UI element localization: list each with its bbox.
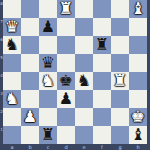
square-d2[interactable] — [57, 108, 75, 126]
file-labels: abcdefgh — [3, 144, 147, 150]
square-g3[interactable] — [111, 90, 129, 108]
square-h3[interactable] — [129, 90, 147, 108]
square-e2[interactable] — [75, 108, 93, 126]
file-label-d: d — [57, 144, 75, 150]
square-b4[interactable] — [21, 72, 39, 90]
white-pawn-b2[interactable]: ♟ — [21, 108, 39, 126]
square-b2[interactable]: ♟ — [21, 108, 39, 126]
square-d1[interactable] — [57, 126, 75, 144]
file-label-f: f — [93, 144, 111, 150]
square-g8[interactable] — [111, 0, 129, 18]
rank-label-3: 3 — [0, 92, 3, 96]
black-king-d4[interactable]: ♚ — [57, 72, 75, 90]
square-e5[interactable] — [75, 54, 93, 72]
square-c1[interactable]: ♜ — [39, 126, 57, 144]
square-g2[interactable] — [111, 108, 129, 126]
chess-board-frame: ♜♝♛♟♞♜♛♞♚♞♜♞♟♟♚♜♝ 87654321 abcdefgh — [0, 0, 150, 150]
square-a1[interactable] — [3, 126, 21, 144]
square-h1[interactable]: ♝ — [129, 126, 147, 144]
rank-label-8: 8 — [0, 2, 3, 6]
white-bishop-h8[interactable]: ♝ — [129, 0, 147, 18]
square-h2[interactable]: ♚ — [129, 108, 147, 126]
square-c5[interactable]: ♛ — [39, 54, 57, 72]
square-d4[interactable]: ♚ — [57, 72, 75, 90]
square-d3[interactable]: ♟ — [57, 90, 75, 108]
rank-label-6: 6 — [0, 38, 3, 42]
square-b6[interactable] — [21, 36, 39, 54]
square-f3[interactable] — [93, 90, 111, 108]
rank-label-7: 7 — [0, 20, 3, 24]
square-f1[interactable] — [93, 126, 111, 144]
black-queen-c5[interactable]: ♛ — [39, 54, 57, 72]
square-e3[interactable] — [75, 90, 93, 108]
square-h5[interactable] — [129, 54, 147, 72]
square-f4[interactable] — [93, 72, 111, 90]
square-d7[interactable] — [57, 18, 75, 36]
black-pawn-d3[interactable]: ♟ — [57, 90, 75, 108]
white-rook-g4[interactable]: ♜ — [111, 72, 129, 90]
square-f5[interactable] — [93, 54, 111, 72]
rank-label-4: 4 — [0, 74, 3, 78]
black-knight-e4[interactable]: ♞ — [75, 72, 93, 90]
rank-label-1: 1 — [0, 128, 3, 132]
square-b1[interactable] — [21, 126, 39, 144]
file-label-h: h — [129, 144, 147, 150]
square-f7[interactable] — [93, 18, 111, 36]
square-a5[interactable] — [3, 54, 21, 72]
rank-label-2: 2 — [0, 110, 3, 114]
square-g4[interactable]: ♜ — [111, 72, 129, 90]
square-c6[interactable] — [39, 36, 57, 54]
square-f2[interactable] — [93, 108, 111, 126]
square-b3[interactable] — [21, 90, 39, 108]
black-knight-a6[interactable]: ♞ — [3, 36, 21, 54]
square-c8[interactable] — [39, 0, 57, 18]
square-f6[interactable]: ♜ — [93, 36, 111, 54]
black-pawn-c7[interactable]: ♟ — [39, 18, 57, 36]
white-king-h2[interactable]: ♚ — [129, 108, 147, 126]
square-e7[interactable] — [75, 18, 93, 36]
square-d5[interactable] — [57, 54, 75, 72]
file-label-g: g — [111, 144, 129, 150]
square-a4[interactable] — [3, 72, 21, 90]
square-a2[interactable] — [3, 108, 21, 126]
square-c3[interactable] — [39, 90, 57, 108]
square-b5[interactable] — [21, 54, 39, 72]
square-g1[interactable] — [111, 126, 129, 144]
square-a7[interactable]: ♛ — [3, 18, 21, 36]
square-a6[interactable]: ♞ — [3, 36, 21, 54]
square-a8[interactable] — [3, 0, 21, 18]
square-a3[interactable]: ♞ — [3, 90, 21, 108]
white-rook-d8[interactable]: ♜ — [57, 0, 75, 18]
square-b7[interactable] — [21, 18, 39, 36]
square-c7[interactable]: ♟ — [39, 18, 57, 36]
chess-board[interactable]: ♜♝♛♟♞♜♛♞♚♞♜♞♟♟♚♜♝ — [3, 0, 147, 144]
square-d8[interactable]: ♜ — [57, 0, 75, 18]
square-h4[interactable] — [129, 72, 147, 90]
square-g7[interactable] — [111, 18, 129, 36]
rank-label-5: 5 — [0, 56, 3, 60]
square-e4[interactable]: ♞ — [75, 72, 93, 90]
square-d6[interactable] — [57, 36, 75, 54]
file-label-c: c — [39, 144, 57, 150]
white-queen-a7[interactable]: ♛ — [3, 18, 21, 36]
square-e8[interactable] — [75, 0, 93, 18]
black-rook-c1[interactable]: ♜ — [39, 126, 57, 144]
square-h8[interactable]: ♝ — [129, 0, 147, 18]
square-g5[interactable] — [111, 54, 129, 72]
file-label-b: b — [21, 144, 39, 150]
square-g6[interactable] — [111, 36, 129, 54]
square-h7[interactable] — [129, 18, 147, 36]
square-f8[interactable] — [93, 0, 111, 18]
square-b8[interactable] — [21, 0, 39, 18]
white-knight-c4[interactable]: ♞ — [39, 72, 57, 90]
file-label-a: a — [3, 144, 21, 150]
square-e1[interactable] — [75, 126, 93, 144]
square-h6[interactable] — [129, 36, 147, 54]
square-e6[interactable] — [75, 36, 93, 54]
white-knight-a3[interactable]: ♞ — [3, 90, 21, 108]
square-c4[interactable]: ♞ — [39, 72, 57, 90]
black-rook-f6[interactable]: ♜ — [93, 36, 111, 54]
square-c2[interactable] — [39, 108, 57, 126]
file-label-e: e — [75, 144, 93, 150]
black-bishop-h1[interactable]: ♝ — [129, 126, 147, 144]
